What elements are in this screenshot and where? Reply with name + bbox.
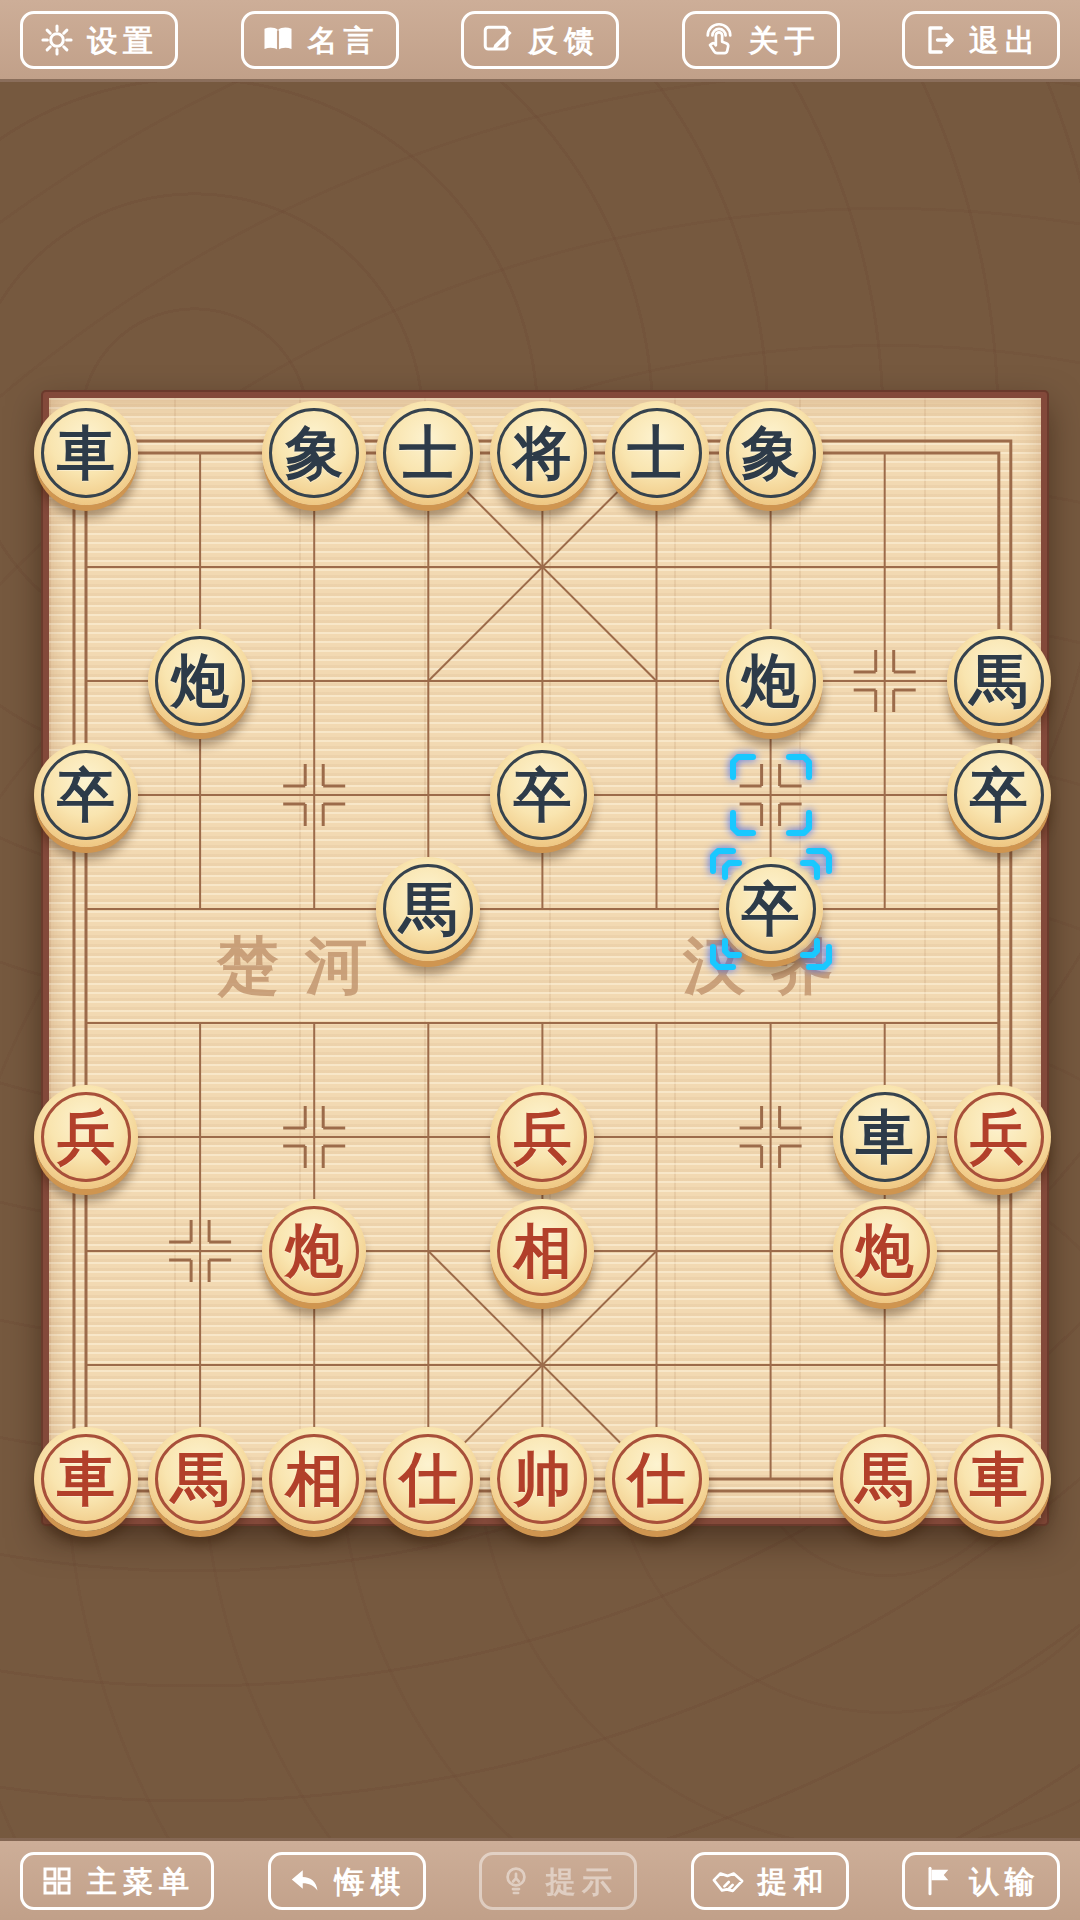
feedback-label: 反馈: [528, 26, 600, 56]
lightbulb-icon: [498, 1863, 534, 1899]
piece-black-horse[interactable]: 馬: [376, 857, 480, 961]
piece-red-elephant[interactable]: 相: [262, 1427, 366, 1531]
hint-label: 提示: [546, 1867, 618, 1897]
piece-glyph: 馬: [856, 1450, 914, 1508]
piece-glyph: 馬: [171, 1450, 229, 1508]
piece-red-general[interactable]: 帅: [490, 1427, 594, 1531]
piece-glyph: 象: [742, 424, 800, 482]
offer-draw-label: 提和: [758, 1867, 830, 1897]
about-label: 关于: [749, 26, 821, 56]
piece-glyph: 象: [285, 424, 343, 482]
piece-glyph: 士: [628, 424, 686, 482]
settings-label: 设置: [87, 26, 159, 56]
piece-red-cannon[interactable]: 炮: [833, 1199, 937, 1303]
piece-black-pawn-selected[interactable]: 卒: [719, 857, 823, 961]
piece-red-elephant[interactable]: 相: [490, 1199, 594, 1303]
piece-red-pawn[interactable]: 兵: [34, 1085, 138, 1189]
about-button[interactable]: 关于: [682, 11, 840, 69]
piece-glyph: 馬: [399, 880, 457, 938]
piece-black-advisor[interactable]: 士: [376, 401, 480, 505]
top-toolbar: 设置 名言 反馈 关于 退出: [0, 0, 1080, 82]
undo-move-button[interactable]: 悔棋: [268, 1852, 426, 1910]
piece-glyph: 相: [285, 1450, 343, 1508]
piece-black-rook[interactable]: 車: [833, 1085, 937, 1189]
piece-glyph: 帅: [513, 1450, 571, 1508]
game-screen: 设置 名言 反馈 关于 退出 楚河 汉界 車象士将士象炮炮馬卒卒卒馬卒車兵兵兵炮…: [0, 0, 1080, 1920]
book-icon: [260, 22, 296, 58]
board-lines: [49, 398, 1041, 1518]
main-menu-button[interactable]: 主菜单: [20, 1852, 214, 1910]
piece-glyph: 馬: [970, 652, 1028, 710]
piece-glyph: 卒: [970, 766, 1028, 824]
piece-black-cannon[interactable]: 炮: [719, 629, 823, 733]
piece-black-advisor[interactable]: 士: [605, 401, 709, 505]
board-grid[interactable]: 楚河 汉界 車象士将士象炮炮馬卒卒卒馬卒車兵兵兵炮相炮車馬相仕帅仕馬車: [49, 398, 1041, 1518]
piece-black-general[interactable]: 将: [490, 401, 594, 505]
river-label-left: 楚河: [217, 925, 393, 1007]
piece-red-advisor[interactable]: 仕: [605, 1427, 709, 1531]
quotes-label: 名言: [308, 26, 380, 56]
piece-glyph: 卒: [513, 766, 571, 824]
piece-black-elephant[interactable]: 象: [262, 401, 366, 505]
main-menu-label: 主菜单: [87, 1867, 195, 1897]
menu-grid-icon: [39, 1863, 75, 1899]
xiangqi-board[interactable]: 楚河 汉界 車象士将士象炮炮馬卒卒卒馬卒車兵兵兵炮相炮車馬相仕帅仕馬車: [43, 392, 1047, 1524]
piece-red-pawn[interactable]: 兵: [947, 1085, 1051, 1189]
piece-glyph: 相: [513, 1222, 571, 1280]
flag-icon: [921, 1863, 957, 1899]
piece-glyph: 卒: [57, 766, 115, 824]
touch-hand-icon: [701, 22, 737, 58]
pencil-square-icon: [480, 22, 516, 58]
piece-red-rook[interactable]: 車: [947, 1427, 1051, 1531]
piece-red-cannon[interactable]: 炮: [262, 1199, 366, 1303]
hint-button[interactable]: 提示: [479, 1852, 637, 1910]
piece-glyph: 炮: [285, 1222, 343, 1280]
piece-black-pawn[interactable]: 卒: [34, 743, 138, 847]
piece-glyph: 車: [57, 1450, 115, 1508]
exit-button[interactable]: 退出: [902, 11, 1060, 69]
undo-move-label: 悔棋: [335, 1867, 407, 1897]
piece-black-pawn[interactable]: 卒: [490, 743, 594, 847]
piece-glyph: 炮: [171, 652, 229, 710]
piece-glyph: 炮: [742, 652, 800, 710]
piece-black-horse[interactable]: 馬: [947, 629, 1051, 733]
piece-glyph: 車: [57, 424, 115, 482]
piece-glyph: 仕: [628, 1450, 686, 1508]
exit-arrow-icon: [921, 22, 957, 58]
gear-icon: [39, 22, 75, 58]
piece-red-horse[interactable]: 馬: [148, 1427, 252, 1531]
piece-glyph: 車: [970, 1450, 1028, 1508]
quotes-button[interactable]: 名言: [241, 11, 399, 69]
piece-glyph: 車: [856, 1108, 914, 1166]
undo-arrow-icon: [287, 1863, 323, 1899]
piece-red-horse[interactable]: 馬: [833, 1427, 937, 1531]
resign-label: 认输: [969, 1867, 1041, 1897]
piece-glyph: 炮: [856, 1222, 914, 1280]
piece-red-advisor[interactable]: 仕: [376, 1427, 480, 1531]
piece-black-elephant[interactable]: 象: [719, 401, 823, 505]
piece-red-rook[interactable]: 車: [34, 1427, 138, 1531]
piece-black-pawn[interactable]: 卒: [947, 743, 1051, 847]
offer-draw-button[interactable]: 提和: [691, 1852, 849, 1910]
settings-button[interactable]: 设置: [20, 11, 178, 69]
bottom-toolbar: 主菜单 悔棋 提示 提和 认输: [0, 1838, 1080, 1920]
piece-glyph: 兵: [970, 1108, 1028, 1166]
piece-red-pawn[interactable]: 兵: [490, 1085, 594, 1189]
piece-glyph: 将: [513, 424, 571, 482]
resign-button[interactable]: 认输: [902, 1852, 1060, 1910]
piece-glyph: 兵: [57, 1108, 115, 1166]
piece-glyph: 仕: [399, 1450, 457, 1508]
exit-label: 退出: [969, 26, 1041, 56]
piece-glyph: 卒: [742, 880, 800, 938]
piece-black-cannon[interactable]: 炮: [148, 629, 252, 733]
piece-glyph: 兵: [513, 1108, 571, 1166]
piece-black-rook[interactable]: 車: [34, 401, 138, 505]
feedback-button[interactable]: 反馈: [461, 11, 619, 69]
piece-glyph: 士: [399, 424, 457, 482]
handshake-icon: [710, 1863, 746, 1899]
